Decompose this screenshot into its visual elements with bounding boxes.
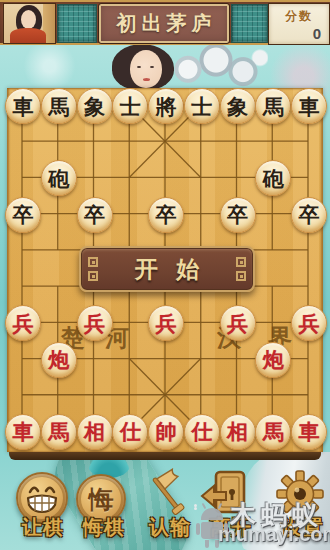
- xiangqi-piece-black[interactable]: 卒: [220, 197, 256, 233]
- xiangqi-piece-black[interactable]: 象: [220, 88, 256, 124]
- score-label: 分数: [269, 8, 329, 25]
- undo-move-label[interactable]: 悔棋: [83, 514, 125, 541]
- xiangqi-piece-black[interactable]: 馬: [41, 88, 77, 124]
- score-value: 0: [313, 25, 321, 42]
- top-bar: 初出茅庐 分数 0: [0, 0, 330, 45]
- start-button-label: 开 始: [129, 254, 205, 285]
- yield-piece-label[interactable]: 让棋: [22, 514, 64, 541]
- xiangqi-piece-red[interactable]: 炮: [255, 342, 291, 378]
- xiangqi-piece-black[interactable]: 卒: [148, 197, 184, 233]
- xiangqi-piece-black[interactable]: 卒: [5, 197, 41, 233]
- xiangqi-piece-red[interactable]: 相: [77, 414, 113, 450]
- background-woman-eye: [150, 66, 154, 68]
- xiangqi-piece-red[interactable]: 帥: [148, 414, 184, 450]
- decor-panel-left: [57, 4, 97, 43]
- xiangqi-piece-red[interactable]: 馬: [41, 414, 77, 450]
- xiangqi-piece-black[interactable]: 將: [148, 88, 184, 124]
- player-avatar[interactable]: [3, 3, 56, 44]
- scroll-ornament-icon: [232, 248, 250, 290]
- hui-coin-icon: 悔: [89, 483, 114, 516]
- xiangqi-piece-black[interactable]: 卒: [77, 197, 113, 233]
- xiangqi-piece-red[interactable]: 仕: [184, 414, 220, 450]
- level-title: 初出茅庐: [112, 10, 217, 37]
- settings-button[interactable]: [274, 468, 326, 520]
- xiangqi-piece-red[interactable]: 仕: [112, 414, 148, 450]
- xiangqi-piece-black[interactable]: 車: [291, 88, 327, 124]
- background-woman-eye: [137, 66, 141, 68]
- resign-label[interactable]: 认输: [149, 514, 191, 541]
- xiangqi-piece-red[interactable]: 車: [291, 414, 327, 450]
- xiangqi-piece-red[interactable]: 兵: [77, 305, 113, 341]
- background-woman-face: [130, 50, 162, 88]
- score-panel: 分数 0: [268, 3, 330, 45]
- level-title-plaque: 初出茅庐: [98, 3, 230, 44]
- xiangqi-piece-red[interactable]: 馬: [255, 414, 291, 450]
- settings-label[interactable]: 设置: [282, 514, 324, 541]
- scroll-ornament-icon: [84, 248, 102, 290]
- xiangqi-piece-black[interactable]: 象: [77, 88, 113, 124]
- xiangqi-piece-black[interactable]: 士: [112, 88, 148, 124]
- gear-icon: [274, 468, 326, 520]
- leave-label[interactable]: 离开: [210, 514, 252, 541]
- avatar-dress: [10, 28, 46, 44]
- grin-face-icon: [23, 479, 61, 517]
- xiangqi-game-screen: 初出茅庐 分数 0 楚 河 汉 界 車馬象士將士象馬車砲砲卒卒卒卒卒兵兵兵兵兵炮…: [0, 0, 330, 550]
- decor-panel-right: [231, 4, 268, 43]
- xiangqi-piece-red[interactable]: 車: [5, 414, 41, 450]
- avatar-face: [21, 10, 36, 29]
- start-button[interactable]: 开 始: [79, 246, 255, 292]
- xiangqi-piece-red[interactable]: 相: [220, 414, 256, 450]
- xiangqi-piece-black[interactable]: 士: [184, 88, 220, 124]
- xiangqi-piece-red[interactable]: 炮: [41, 342, 77, 378]
- xiangqi-piece-black[interactable]: 車: [5, 88, 41, 124]
- xiangqi-piece-black[interactable]: 砲: [41, 160, 77, 196]
- xiangqi-piece-black[interactable]: 馬: [255, 88, 291, 124]
- background-woman-lips: [143, 78, 150, 81]
- xiangqi-piece-black[interactable]: 卒: [291, 197, 327, 233]
- background-dragon-art: [168, 44, 268, 90]
- xiangqi-piece-red[interactable]: 兵: [220, 305, 256, 341]
